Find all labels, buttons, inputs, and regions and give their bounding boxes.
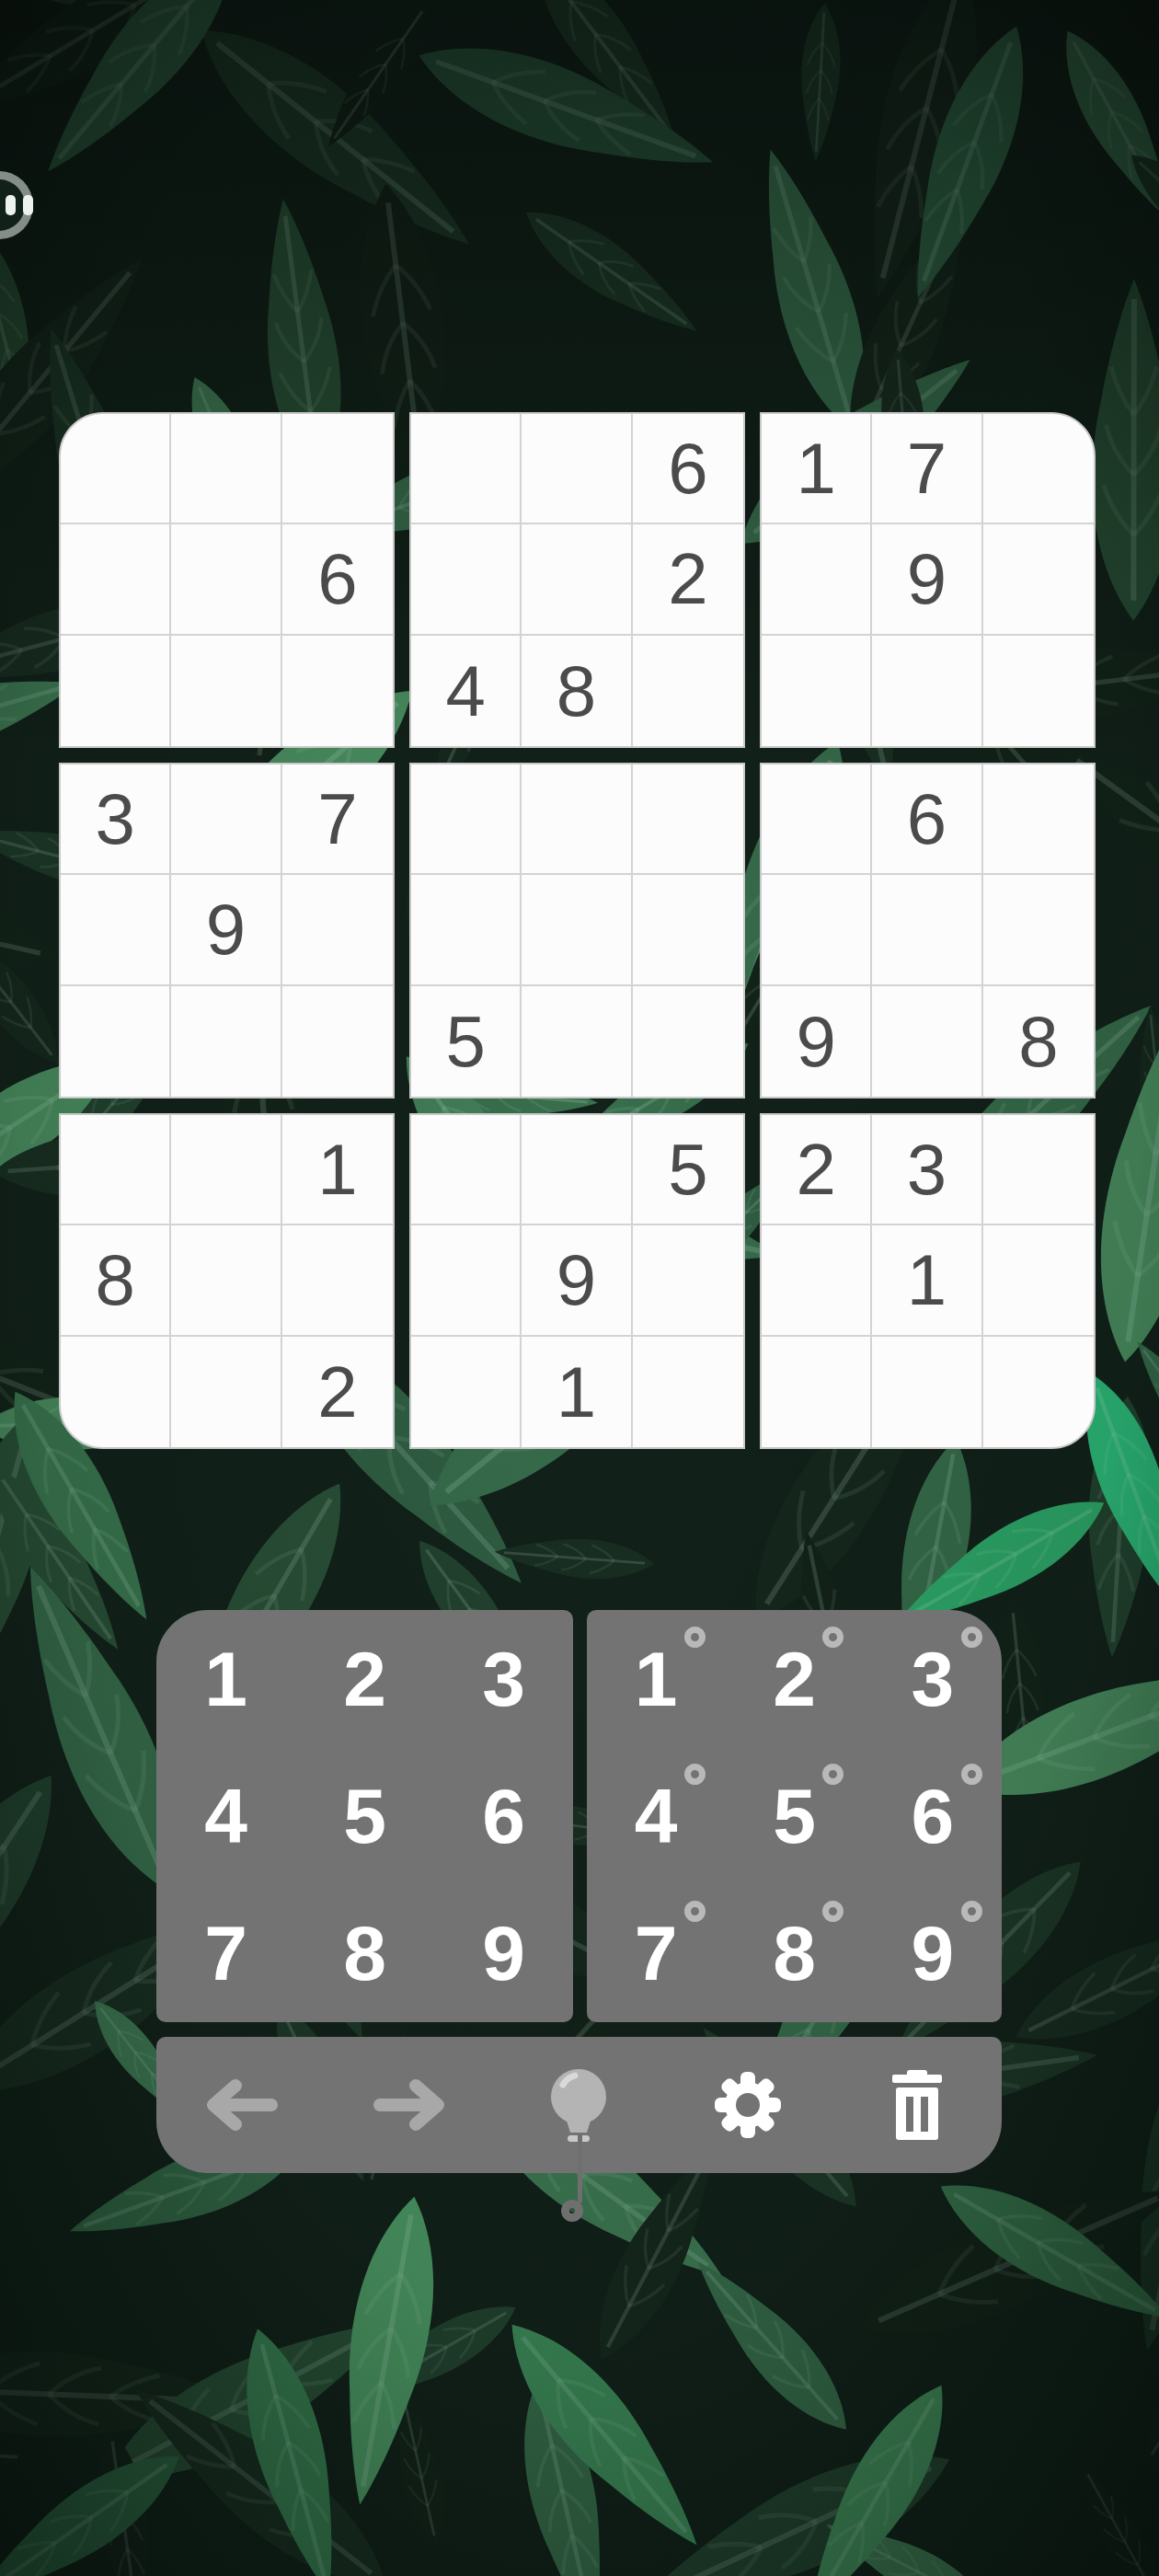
sudoku-cell-r4c5[interactable]: [522, 765, 632, 875]
sudoku-cell-r2c8[interactable]: 9: [872, 524, 982, 635]
digit-label: 9: [911, 1915, 954, 1992]
sudoku-cell-r4c6[interactable]: [633, 765, 743, 875]
sudoku-cell-r3c9[interactable]: [983, 636, 1094, 746]
note-ring-icon: [822, 1901, 843, 1922]
sudoku-cell-r5c1[interactable]: [61, 875, 171, 985]
digit-button-4[interactable]: 4: [156, 1747, 295, 1884]
given-digit: 1: [557, 1356, 596, 1428]
sudoku-cell-r5c6[interactable]: [633, 875, 743, 985]
app-screen: 662481793795698182591231 123456789 12345…: [0, 0, 1159, 2576]
given-digit: 4: [445, 655, 485, 727]
note-button-5[interactable]: 5: [725, 1747, 863, 1884]
sudoku-cell-r7c6[interactable]: 5: [633, 1115, 743, 1225]
arrow-right-icon: [371, 2076, 450, 2133]
given-digit: 8: [557, 655, 596, 727]
sudoku-cell-r4c8[interactable]: 6: [872, 765, 982, 875]
sudoku-cell-r2c5[interactable]: [522, 524, 632, 635]
sudoku-cell-r9c1[interactable]: [61, 1337, 171, 1447]
sudoku-cell-r4c1[interactable]: 3: [61, 765, 171, 875]
sudoku-cell-r5c4[interactable]: [411, 875, 522, 985]
given-digit: 2: [668, 543, 707, 615]
sudoku-cell-r6c1[interactable]: [61, 986, 171, 1097]
sudoku-cell-r8c8[interactable]: 1: [872, 1225, 982, 1336]
note-button-6[interactable]: 6: [864, 1747, 1002, 1884]
digit-button-7[interactable]: 7: [156, 1885, 295, 2022]
sudoku-cell-r5c2[interactable]: 9: [171, 875, 281, 985]
digit-label: 5: [773, 1777, 816, 1855]
given-digit: 9: [206, 893, 246, 965]
note-button-2[interactable]: 2: [725, 1610, 863, 1747]
note-ring-icon: [961, 1901, 982, 1922]
note-button-7[interactable]: 7: [587, 1885, 725, 2022]
note-button-1[interactable]: 1: [587, 1610, 725, 1747]
arrow-left-icon: [201, 2076, 281, 2133]
digit-label: 1: [635, 1640, 678, 1718]
digit-label: 6: [482, 1777, 525, 1855]
given-digit: 8: [1018, 1006, 1058, 1077]
note-button-8[interactable]: 8: [725, 1885, 863, 2022]
sudoku-cell-r3c6[interactable]: [633, 636, 743, 746]
board-box-3: 179: [760, 412, 1096, 748]
sudoku-cell-r8c5[interactable]: 9: [522, 1225, 632, 1336]
given-digit: 1: [796, 432, 835, 504]
sudoku-cell-r5c5[interactable]: [522, 875, 632, 985]
digit-button-1[interactable]: 1: [156, 1610, 295, 1747]
sudoku-cell-r8c3[interactable]: [282, 1225, 393, 1336]
gear-icon: [711, 2068, 785, 2142]
given-digit: 3: [907, 1133, 947, 1205]
sudoku-cell-r7c2[interactable]: [171, 1115, 281, 1225]
sudoku-cell-r6c5[interactable]: [522, 986, 632, 1097]
digit-label: 7: [204, 1915, 247, 1992]
sudoku-cell-r7c9[interactable]: [983, 1115, 1094, 1225]
hint-pull-cord: [578, 2134, 582, 2202]
digit-button-9[interactable]: 9: [434, 1885, 573, 2022]
digit-button-2[interactable]: 2: [295, 1610, 434, 1747]
sudoku-cell-r9c7[interactable]: [762, 1337, 872, 1447]
sudoku-cell-r1c4[interactable]: [411, 414, 522, 524]
given-digit: 1: [907, 1244, 947, 1316]
given-digit: 6: [907, 783, 947, 855]
sudoku-cell-r1c6[interactable]: 6: [633, 414, 743, 524]
digit-button-6[interactable]: 6: [434, 1747, 573, 1884]
sudoku-cell-r2c3[interactable]: 6: [282, 524, 393, 635]
sudoku-cell-r3c8[interactable]: [872, 636, 982, 746]
note-button-4[interactable]: 4: [587, 1747, 725, 1884]
sudoku-cell-r3c7[interactable]: [762, 636, 872, 746]
digit-label: 8: [343, 1915, 386, 1992]
sudoku-cell-r5c3[interactable]: [282, 875, 393, 985]
pause-icon: [6, 195, 33, 215]
sudoku-cell-r9c8[interactable]: [872, 1337, 982, 1447]
board-box-8: 591: [409, 1113, 745, 1449]
sudoku-cell-r9c4[interactable]: [411, 1337, 522, 1447]
given-digit: 2: [317, 1356, 357, 1428]
sudoku-cell-r2c6[interactable]: 2: [633, 524, 743, 635]
given-digit: 9: [557, 1244, 596, 1316]
note-ring-icon: [684, 1901, 706, 1922]
board-box-5: 5: [409, 763, 745, 1098]
board-box-2: 6248: [409, 412, 745, 748]
sudoku-cell-r9c3[interactable]: 2: [282, 1337, 393, 1447]
given-digit: 5: [445, 1006, 485, 1077]
sudoku-cell-r1c3[interactable]: [282, 414, 393, 524]
sudoku-cell-r3c3[interactable]: [282, 636, 393, 746]
digit-label: 1: [204, 1640, 247, 1718]
digit-label: 2: [343, 1640, 386, 1718]
sudoku-cell-r2c7[interactable]: [762, 524, 872, 635]
lightbulb-icon: [542, 2065, 615, 2145]
board-box-4: 379: [59, 763, 395, 1098]
sudoku-cell-r9c2[interactable]: [171, 1337, 281, 1447]
given-digit: 3: [95, 783, 134, 855]
board-box-7: 182: [59, 1113, 395, 1449]
sudoku-cell-r6c6[interactable]: [633, 986, 743, 1097]
digit-label: 7: [635, 1915, 678, 1992]
sudoku-cell-r9c9[interactable]: [983, 1337, 1094, 1447]
sudoku-cell-r3c5[interactable]: 8: [522, 636, 632, 746]
sudoku-cell-r5c8[interactable]: [872, 875, 982, 985]
note-ring-icon: [961, 1627, 982, 1648]
sudoku-cell-r6c8[interactable]: [872, 986, 982, 1097]
trash-icon: [880, 2066, 954, 2144]
number-pad: 123456789: [156, 1610, 573, 2022]
digit-label: 2: [773, 1640, 816, 1718]
digit-label: 9: [482, 1915, 525, 1992]
sudoku-cell-r1c7[interactable]: 1: [762, 414, 872, 524]
given-digit: 6: [317, 543, 357, 615]
sudoku-cell-r8c1[interactable]: 8: [61, 1225, 171, 1336]
note-ring-icon: [822, 1764, 843, 1785]
sudoku-cell-r7c7[interactable]: 2: [762, 1115, 872, 1225]
digit-label: 3: [911, 1640, 954, 1718]
sudoku-board: 662481793795698182591231: [59, 412, 1096, 1449]
sudoku-cell-r3c4[interactable]: 4: [411, 636, 522, 746]
notes-pad: 123456789: [587, 1610, 1002, 2022]
sudoku-cell-r4c9[interactable]: [983, 765, 1094, 875]
sudoku-cell-r5c9[interactable]: [983, 875, 1094, 985]
sudoku-cell-r6c7[interactable]: 9: [762, 986, 872, 1097]
sudoku-cell-r1c8[interactable]: 7: [872, 414, 982, 524]
delete-button[interactable]: [832, 2037, 1002, 2173]
digit-button-3[interactable]: 3: [434, 1610, 573, 1747]
given-digit: 6: [668, 432, 707, 504]
settings-button[interactable]: [663, 2037, 832, 2173]
sudoku-cell-r7c3[interactable]: 1: [282, 1115, 393, 1225]
sudoku-cell-r6c2[interactable]: [171, 986, 281, 1097]
sudoku-cell-r6c4[interactable]: 5: [411, 986, 522, 1097]
given-digit: 2: [796, 1133, 835, 1205]
sudoku-cell-r2c4[interactable]: [411, 524, 522, 635]
note-button-9[interactable]: 9: [864, 1885, 1002, 2022]
given-digit: 5: [668, 1133, 707, 1205]
sudoku-cell-r8c2[interactable]: [171, 1225, 281, 1336]
sudoku-cell-r1c9[interactable]: [983, 414, 1094, 524]
sudoku-cell-r5c7[interactable]: [762, 875, 872, 985]
digit-label: 5: [343, 1777, 386, 1855]
given-digit: 1: [317, 1133, 357, 1205]
sudoku-cell-r1c1[interactable]: [61, 414, 171, 524]
redo-button[interactable]: [326, 2037, 495, 2173]
sudoku-cell-r6c9[interactable]: 8: [983, 986, 1094, 1097]
board-box-9: 231: [760, 1113, 1096, 1449]
undo-button[interactable]: [156, 2037, 326, 2173]
sudoku-cell-r8c7[interactable]: [762, 1225, 872, 1336]
digit-label: 4: [635, 1777, 678, 1855]
sudoku-cell-r8c4[interactable]: [411, 1225, 522, 1336]
note-button-3[interactable]: 3: [864, 1610, 1002, 1747]
sudoku-cell-r3c2[interactable]: [171, 636, 281, 746]
sudoku-cell-r4c3[interactable]: 7: [282, 765, 393, 875]
sudoku-cell-r9c6[interactable]: [633, 1337, 743, 1447]
note-ring-icon: [822, 1627, 843, 1648]
sudoku-cell-r1c2[interactable]: [171, 414, 281, 524]
board-box-6: 698: [760, 763, 1096, 1098]
digit-label: 3: [482, 1640, 525, 1718]
given-digit: 7: [907, 432, 947, 504]
sudoku-cell-r7c5[interactable]: [522, 1115, 632, 1225]
sudoku-cell-r1c5[interactable]: [522, 414, 632, 524]
sudoku-cell-r4c2[interactable]: [171, 765, 281, 875]
sudoku-cell-r7c8[interactable]: 3: [872, 1115, 982, 1225]
digit-label: 8: [773, 1915, 816, 1992]
board-box-1: 6: [59, 412, 395, 748]
sudoku-cell-r8c6[interactable]: [633, 1225, 743, 1336]
sudoku-cell-r3c1[interactable]: [61, 636, 171, 746]
sudoku-cell-r2c1[interactable]: [61, 524, 171, 635]
given-digit: 9: [796, 1006, 835, 1077]
sudoku-cell-r2c9[interactable]: [983, 524, 1094, 635]
digit-button-5[interactable]: 5: [295, 1747, 434, 1884]
given-digit: 7: [317, 783, 357, 855]
note-ring-icon: [684, 1627, 706, 1648]
digit-label: 4: [204, 1777, 247, 1855]
sudoku-cell-r7c1[interactable]: [61, 1115, 171, 1225]
sudoku-cell-r8c9[interactable]: [983, 1225, 1094, 1336]
note-ring-icon: [684, 1764, 706, 1785]
note-ring-icon: [961, 1764, 982, 1785]
sudoku-cell-r7c4[interactable]: [411, 1115, 522, 1225]
sudoku-cell-r9c5[interactable]: 1: [522, 1337, 632, 1447]
given-digit: 9: [907, 543, 947, 615]
sudoku-cell-r2c2[interactable]: [171, 524, 281, 635]
given-digit: 8: [95, 1244, 134, 1316]
digit-button-8[interactable]: 8: [295, 1885, 434, 2022]
digit-label: 6: [911, 1777, 954, 1855]
sudoku-cell-r6c3[interactable]: [282, 986, 393, 1097]
sudoku-cell-r4c7[interactable]: [762, 765, 872, 875]
pull-ring-handle[interactable]: [561, 2200, 583, 2222]
sudoku-cell-r4c4[interactable]: [411, 765, 522, 875]
